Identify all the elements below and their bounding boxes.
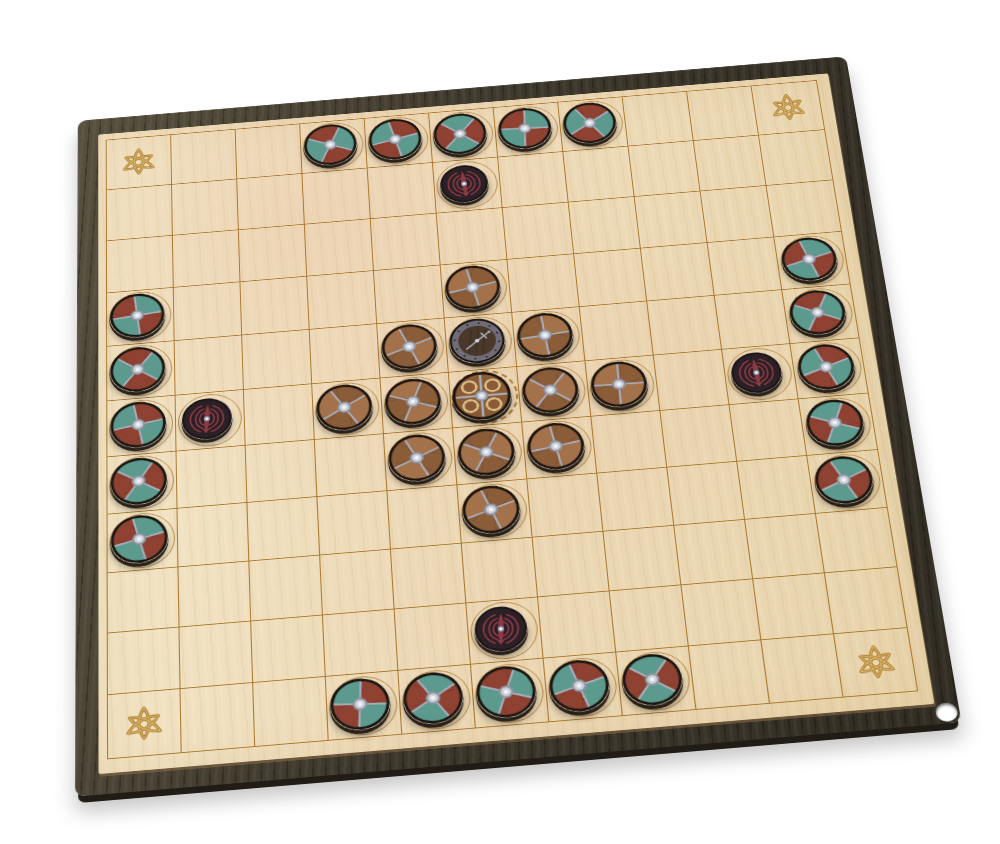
board-cell[interactable] <box>377 318 449 378</box>
board-cell[interactable] <box>715 290 791 350</box>
board-cell[interactable] <box>807 450 887 514</box>
board-cell[interactable] <box>585 355 660 416</box>
board-cell[interactable] <box>466 597 543 664</box>
board-cell[interactable] <box>558 97 628 152</box>
board-cell[interactable] <box>737 456 816 520</box>
corner-cell[interactable] <box>752 81 825 136</box>
board-cell[interactable] <box>745 514 825 579</box>
board-cell[interactable] <box>307 271 377 330</box>
board-cell[interactable] <box>825 567 907 634</box>
board-cell[interactable] <box>173 230 241 288</box>
board-cell[interactable] <box>730 399 808 461</box>
board-cell[interactable] <box>674 520 753 586</box>
board-cell[interactable] <box>177 503 249 568</box>
board-cell[interactable] <box>774 232 849 290</box>
board-cell[interactable] <box>616 646 696 715</box>
board-cell[interactable] <box>462 538 538 604</box>
board-cell[interactable] <box>178 561 251 627</box>
board-cell[interactable] <box>574 248 647 307</box>
defender-shield-piece[interactable] <box>315 382 374 433</box>
attacker-raven-piece[interactable] <box>438 163 490 204</box>
board-cell[interactable] <box>507 254 579 313</box>
board-cell[interactable] <box>315 434 388 497</box>
attacker-shield-piece[interactable] <box>811 454 877 507</box>
board-cell[interactable] <box>107 288 175 347</box>
board-cell[interactable] <box>398 665 475 734</box>
board-cell[interactable] <box>302 168 370 224</box>
board-cell[interactable] <box>312 378 384 439</box>
board-cell[interactable] <box>249 555 323 621</box>
triquetra-knot-engraving <box>120 701 169 747</box>
board-cell[interactable] <box>498 152 569 208</box>
board-cell[interactable] <box>368 163 437 219</box>
king-piece[interactable] <box>450 369 514 422</box>
attacker-shield-piece[interactable] <box>401 669 465 726</box>
board-cell[interactable] <box>503 202 574 259</box>
board-cell[interactable] <box>563 146 634 202</box>
board-cell[interactable] <box>569 197 641 254</box>
board-cell[interactable] <box>107 185 173 241</box>
triquetra-knot-engraving <box>848 639 903 685</box>
board-cell[interactable] <box>172 179 239 235</box>
triquetra-knot-engraving <box>763 89 811 125</box>
board-cell[interactable] <box>701 186 775 243</box>
board-cell[interactable] <box>326 671 402 740</box>
board-cell[interactable] <box>242 330 312 390</box>
board-frame <box>75 56 962 796</box>
board-cell[interactable] <box>522 417 597 480</box>
board-cell[interactable] <box>107 341 175 401</box>
board-cell[interactable] <box>603 526 681 592</box>
board-cell[interactable] <box>236 124 303 179</box>
board-cell[interactable] <box>107 451 177 514</box>
hanging-hole <box>934 702 959 722</box>
board-cell[interactable] <box>320 549 394 615</box>
board-cell[interactable] <box>610 585 689 652</box>
throne-cell[interactable] <box>449 367 522 428</box>
board-cell[interactable] <box>761 634 843 703</box>
defender-shield-piece[interactable] <box>380 322 439 372</box>
board-cell[interactable] <box>494 102 564 157</box>
board-cell[interactable] <box>239 225 307 283</box>
attacker-shield-piece[interactable] <box>432 111 489 156</box>
board-cell[interactable] <box>544 652 623 721</box>
attacker-shield-piece[interactable] <box>110 345 166 395</box>
board-cell[interactable] <box>641 243 715 301</box>
board-cell[interactable] <box>107 396 176 458</box>
board-cell[interactable] <box>816 508 897 573</box>
board-cell[interactable] <box>722 344 799 405</box>
board-cell[interactable] <box>681 579 761 646</box>
board-cell[interactable] <box>381 373 454 434</box>
board-cell[interactable] <box>384 428 457 491</box>
board-cell[interactable] <box>445 313 517 373</box>
board-cell[interactable] <box>391 544 466 610</box>
board-cell[interactable] <box>623 92 694 147</box>
board-cell[interactable] <box>108 509 179 574</box>
board-cell[interactable] <box>660 405 737 468</box>
board-cell[interactable] <box>597 468 674 532</box>
board-perspective-wrapper <box>75 56 962 796</box>
board-cell[interactable] <box>180 621 254 689</box>
board-cell[interactable] <box>107 236 174 294</box>
board-cell[interactable] <box>365 113 433 168</box>
board-cell[interactable] <box>471 659 549 728</box>
board-cell[interactable] <box>694 135 767 191</box>
hnefatafl-board <box>106 80 919 759</box>
board-cell[interactable] <box>782 284 858 344</box>
board-cell[interactable] <box>441 260 513 319</box>
attacker-shield-piece[interactable] <box>547 657 612 714</box>
attacker-raven-piece[interactable] <box>473 604 530 654</box>
board-cell[interactable] <box>240 277 309 336</box>
board-cell[interactable] <box>433 157 503 213</box>
board-cell[interactable] <box>689 640 770 709</box>
corner-cell[interactable] <box>107 135 172 190</box>
board-cell[interactable] <box>175 335 244 395</box>
board-cell[interactable] <box>174 282 242 341</box>
board-cell[interactable] <box>177 446 248 509</box>
triquetra-knot-engraving <box>117 144 161 181</box>
board-cell[interactable] <box>667 462 745 526</box>
board-cell[interactable] <box>171 130 237 185</box>
board-cell[interactable] <box>247 497 320 561</box>
board-cell[interactable] <box>437 208 508 265</box>
attacker-shield-piece[interactable] <box>561 100 619 145</box>
board-cell[interactable] <box>538 591 616 658</box>
board-cell[interactable] <box>767 180 841 237</box>
attacker-raven-piece[interactable] <box>728 350 785 395</box>
board-cell[interactable] <box>533 532 610 598</box>
board-cell[interactable] <box>395 603 471 670</box>
board-cell[interactable] <box>687 86 759 141</box>
board-cell[interactable] <box>429 108 498 163</box>
board-cell[interactable] <box>176 390 246 452</box>
board-cell[interactable] <box>799 393 877 455</box>
defender-shield-piece[interactable] <box>460 483 522 536</box>
board-cell[interactable] <box>374 265 445 324</box>
board-surface <box>98 73 934 774</box>
board-cell[interactable] <box>591 411 667 474</box>
board-cell[interactable] <box>317 491 391 555</box>
board-cell[interactable] <box>708 237 783 295</box>
board-cell[interactable] <box>246 440 318 503</box>
board-tilt-wrapper <box>42 0 934 844</box>
board-cell[interactable] <box>790 338 867 399</box>
board-cell[interactable] <box>244 384 315 446</box>
board-cell[interactable] <box>759 130 833 186</box>
board-cell[interactable] <box>517 361 591 422</box>
defender-shield-piece[interactable] <box>520 365 581 416</box>
board-cell[interactable] <box>512 307 585 367</box>
board-cell[interactable] <box>305 219 374 276</box>
defender-darkshield-piece[interactable] <box>447 316 507 365</box>
board-cell[interactable] <box>300 119 368 174</box>
board-cell[interactable] <box>387 485 461 549</box>
board-cell[interactable] <box>181 683 256 752</box>
corner-cell[interactable] <box>834 628 917 697</box>
corner-cell[interactable] <box>108 689 182 758</box>
board-cell[interactable] <box>237 174 305 230</box>
board-cell[interactable] <box>457 479 532 543</box>
defender-shield-piece[interactable] <box>387 432 448 484</box>
board-cell[interactable] <box>654 350 730 411</box>
board-cell[interactable] <box>108 627 181 695</box>
board-cell[interactable] <box>635 191 708 248</box>
scene <box>0 0 1000 844</box>
board-cell[interactable] <box>753 573 834 640</box>
board-cell[interactable] <box>527 473 603 537</box>
attacker-shield-piece[interactable] <box>619 651 685 708</box>
board-cell[interactable] <box>253 677 329 746</box>
attacker-shield-piece[interactable] <box>110 455 168 507</box>
attacker-raven-piece[interactable] <box>181 396 233 442</box>
board-cell[interactable] <box>251 615 326 683</box>
board-cell[interactable] <box>310 324 381 384</box>
board-cell[interactable] <box>108 567 180 633</box>
board-cell[interactable] <box>371 213 441 270</box>
board-cell[interactable] <box>629 141 701 197</box>
attacker-shield-piece[interactable] <box>794 342 858 392</box>
board-cell[interactable] <box>647 296 722 356</box>
